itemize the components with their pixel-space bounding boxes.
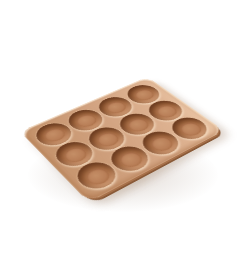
cup-bottom — [83, 166, 113, 187]
cup-bottom — [103, 100, 129, 116]
cup-bottom — [73, 113, 100, 130]
cup-bottom — [61, 145, 90, 164]
cup-bottom — [41, 126, 68, 144]
cup-bottom — [132, 88, 158, 103]
product-photo — [0, 0, 245, 254]
cup-bottom — [125, 117, 152, 134]
cup-bottom — [116, 150, 145, 170]
cup-bottom — [153, 104, 180, 120]
cup-bottom — [94, 131, 122, 149]
cup-bottom — [177, 121, 205, 138]
cup-bottom — [148, 135, 177, 153]
